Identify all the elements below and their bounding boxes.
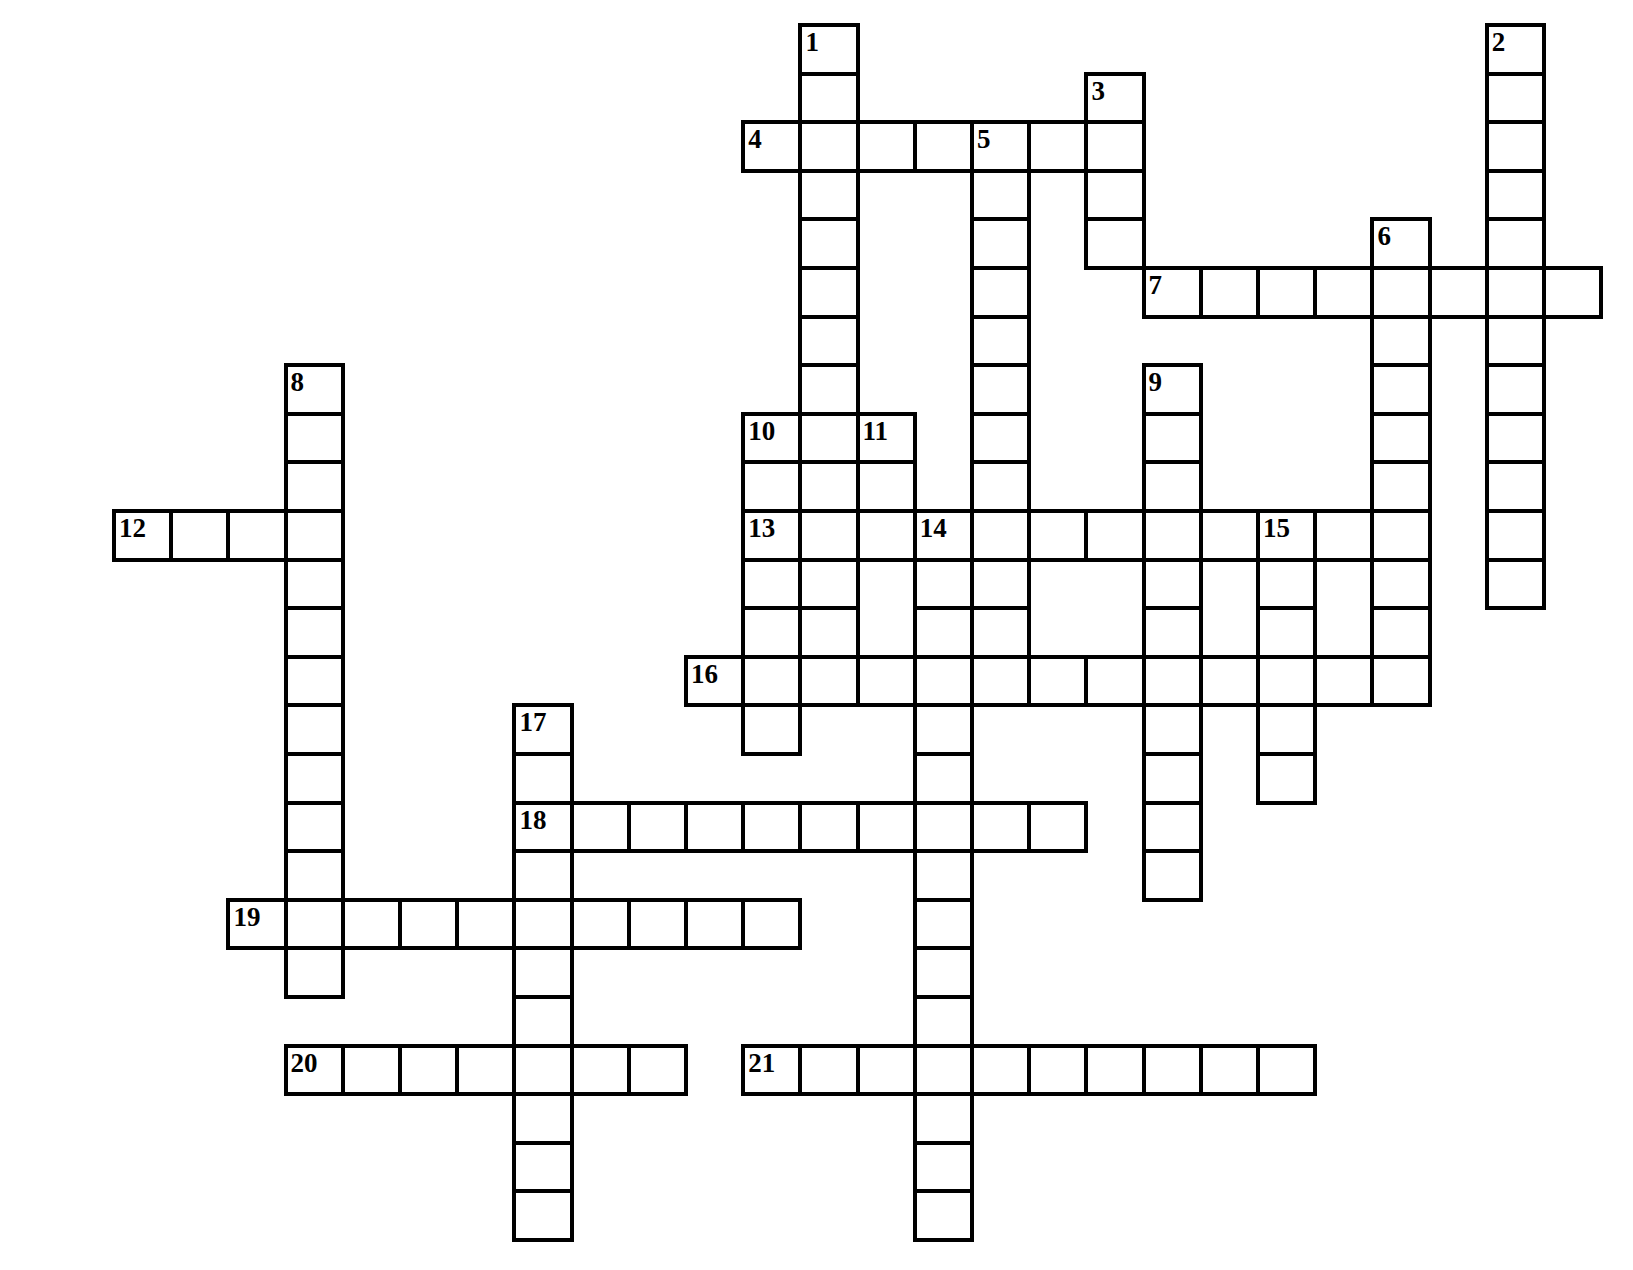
- clue-number-7: 7: [1146, 270, 1199, 299]
- cell-r11c12[interactable]: [798, 558, 859, 611]
- cell-r1c17[interactable]: 3: [1084, 72, 1145, 125]
- cell-r17c3[interactable]: [284, 849, 345, 902]
- cell-r9c12[interactable]: [798, 460, 859, 513]
- cell-r21c20[interactable]: [1256, 1044, 1317, 1097]
- clue-number-3: 3: [1088, 76, 1141, 105]
- cell-r13c17[interactable]: [1084, 655, 1145, 708]
- cell-r12c20[interactable]: [1256, 606, 1317, 659]
- cell-r21c6[interactable]: [455, 1044, 516, 1097]
- cell-r11c18[interactable]: [1142, 558, 1203, 611]
- cell-r5c12[interactable]: [798, 266, 859, 319]
- cell-r11c22[interactable]: [1370, 558, 1431, 611]
- cell-r16c15[interactable]: [970, 801, 1031, 854]
- cell-r7c24[interactable]: [1485, 363, 1546, 416]
- cell-r5c15[interactable]: [970, 266, 1031, 319]
- cell-r18c9[interactable]: [627, 898, 688, 951]
- cell-r10c14[interactable]: 14: [913, 509, 974, 562]
- cell-r23c7[interactable]: [512, 1141, 573, 1194]
- cell-r18c6[interactable]: [455, 898, 516, 951]
- cell-r19c14[interactable]: [913, 946, 974, 999]
- cell-r11c24[interactable]: [1485, 558, 1546, 611]
- cell-r9c3[interactable]: [284, 460, 345, 513]
- cell-r9c15[interactable]: [970, 460, 1031, 513]
- cell-r12c22[interactable]: [1370, 606, 1431, 659]
- cell-r8c22[interactable]: [1370, 412, 1431, 465]
- cell-r17c18[interactable]: [1142, 849, 1203, 902]
- cell-r11c3[interactable]: [284, 558, 345, 611]
- crossword-grid: 123456789101112131415161718192021: [0, 0, 1633, 1270]
- cell-r19c3[interactable]: [284, 946, 345, 999]
- clue-number-6: 6: [1374, 221, 1427, 250]
- cell-r18c5[interactable]: [398, 898, 459, 951]
- cell-r14c20[interactable]: [1256, 703, 1317, 756]
- clue-number-1: 1: [802, 27, 855, 56]
- cell-r13c22[interactable]: [1370, 655, 1431, 708]
- cell-r15c14[interactable]: [913, 752, 974, 805]
- clue-number-11: 11: [860, 416, 913, 445]
- cell-r7c12[interactable]: [798, 363, 859, 416]
- cell-r8c13[interactable]: 11: [856, 412, 917, 465]
- cell-r10c1[interactable]: [169, 509, 230, 562]
- cell-r10c3[interactable]: [284, 509, 345, 562]
- cell-r10c0[interactable]: 12: [112, 509, 173, 562]
- cell-r21c9[interactable]: [627, 1044, 688, 1097]
- cell-r13c13[interactable]: [856, 655, 917, 708]
- cell-r9c22[interactable]: [1370, 460, 1431, 513]
- cell-r21c13[interactable]: [856, 1044, 917, 1097]
- cell-r21c7[interactable]: [512, 1044, 573, 1097]
- cell-r10c24[interactable]: [1485, 509, 1546, 562]
- cell-r11c11[interactable]: [741, 558, 802, 611]
- cell-r7c15[interactable]: [970, 363, 1031, 416]
- cell-r0c12[interactable]: 1: [798, 23, 859, 76]
- cell-r9c18[interactable]: [1142, 460, 1203, 513]
- cell-r2c11[interactable]: 4: [741, 120, 802, 173]
- cell-r3c12[interactable]: [798, 169, 859, 222]
- cell-r20c14[interactable]: [913, 995, 974, 1048]
- cell-r9c24[interactable]: [1485, 460, 1546, 513]
- cell-r3c24[interactable]: [1485, 169, 1546, 222]
- clue-number-15: 15: [1260, 513, 1313, 542]
- cell-r2c24[interactable]: [1485, 120, 1546, 173]
- cell-r4c15[interactable]: [970, 217, 1031, 270]
- clue-number-2: 2: [1489, 27, 1542, 56]
- cell-r21c3[interactable]: 20: [284, 1044, 345, 1097]
- clue-number-12: 12: [116, 513, 169, 542]
- cell-r13c12[interactable]: [798, 655, 859, 708]
- cell-r5c18[interactable]: 7: [1142, 266, 1203, 319]
- cell-r5c25[interactable]: [1542, 266, 1603, 319]
- cell-r10c11[interactable]: 13: [741, 509, 802, 562]
- cell-r17c7[interactable]: [512, 849, 573, 902]
- clue-number-10: 10: [745, 416, 798, 445]
- cell-r16c12[interactable]: [798, 801, 859, 854]
- cell-r8c3[interactable]: [284, 412, 345, 465]
- cell-r2c16[interactable]: [1027, 120, 1088, 173]
- cell-r2c13[interactable]: [856, 120, 917, 173]
- cell-r5c20[interactable]: [1256, 266, 1317, 319]
- cell-r15c7[interactable]: [512, 752, 573, 805]
- cell-r18c2[interactable]: 19: [226, 898, 287, 951]
- cell-r3c15[interactable]: [970, 169, 1031, 222]
- cell-r12c15[interactable]: [970, 606, 1031, 659]
- cell-r21c4[interactable]: [341, 1044, 402, 1097]
- cell-r13c3[interactable]: [284, 655, 345, 708]
- cell-r13c16[interactable]: [1027, 655, 1088, 708]
- cell-r17c14[interactable]: [913, 849, 974, 902]
- cell-r16c9[interactable]: [627, 801, 688, 854]
- clue-number-21: 21: [745, 1048, 798, 1077]
- cell-r21c8[interactable]: [570, 1044, 631, 1097]
- cell-r21c17[interactable]: [1084, 1044, 1145, 1097]
- cell-r22c7[interactable]: [512, 1092, 573, 1145]
- clue-number-4: 4: [745, 124, 798, 153]
- cell-r14c7[interactable]: 17: [512, 703, 573, 756]
- clue-number-17: 17: [516, 707, 569, 736]
- cell-r10c21[interactable]: [1313, 509, 1374, 562]
- cell-r21c11[interactable]: 21: [741, 1044, 802, 1097]
- cell-r15c20[interactable]: [1256, 752, 1317, 805]
- cell-r22c14[interactable]: [913, 1092, 974, 1145]
- cell-r0c24[interactable]: 2: [1485, 23, 1546, 76]
- cell-r6c15[interactable]: [970, 315, 1031, 368]
- cell-r2c15[interactable]: 5: [970, 120, 1031, 173]
- cell-r9c13[interactable]: [856, 460, 917, 513]
- cell-r14c14[interactable]: [913, 703, 974, 756]
- cell-r10c20[interactable]: 15: [1256, 509, 1317, 562]
- cell-r13c10[interactable]: 16: [684, 655, 745, 708]
- cell-r10c17[interactable]: [1084, 509, 1145, 562]
- cell-r18c11[interactable]: [741, 898, 802, 951]
- cell-r4c22[interactable]: 6: [1370, 217, 1431, 270]
- cell-r6c24[interactable]: [1485, 315, 1546, 368]
- cell-r10c18[interactable]: [1142, 509, 1203, 562]
- cell-r13c20[interactable]: [1256, 655, 1317, 708]
- cell-r18c14[interactable]: [913, 898, 974, 951]
- clue-number-18: 18: [516, 805, 569, 834]
- cell-r2c12[interactable]: [798, 120, 859, 173]
- cell-r11c20[interactable]: [1256, 558, 1317, 611]
- cell-r14c3[interactable]: [284, 703, 345, 756]
- cell-r5c23[interactable]: [1428, 266, 1489, 319]
- cell-r11c15[interactable]: [970, 558, 1031, 611]
- cell-r12c18[interactable]: [1142, 606, 1203, 659]
- cell-r21c18[interactable]: [1142, 1044, 1203, 1097]
- cell-r13c21[interactable]: [1313, 655, 1374, 708]
- cell-r18c4[interactable]: [341, 898, 402, 951]
- cell-r7c18[interactable]: 9: [1142, 363, 1203, 416]
- cell-r23c14[interactable]: [913, 1141, 974, 1194]
- cell-r10c15[interactable]: [970, 509, 1031, 562]
- clue-number-5: 5: [974, 124, 1027, 153]
- cell-r15c18[interactable]: [1142, 752, 1203, 805]
- cell-r13c15[interactable]: [970, 655, 1031, 708]
- clue-number-19: 19: [230, 902, 283, 931]
- cell-r18c7[interactable]: [512, 898, 573, 951]
- cell-r5c24[interactable]: [1485, 266, 1546, 319]
- cell-r16c18[interactable]: [1142, 801, 1203, 854]
- cell-r21c12[interactable]: [798, 1044, 859, 1097]
- cell-r5c22[interactable]: [1370, 266, 1431, 319]
- cell-r10c22[interactable]: [1370, 509, 1431, 562]
- cell-r7c3[interactable]: 8: [284, 363, 345, 416]
- cell-r5c21[interactable]: [1313, 266, 1374, 319]
- clue-number-14: 14: [917, 513, 970, 542]
- cell-r16c11[interactable]: [741, 801, 802, 854]
- cell-r8c18[interactable]: [1142, 412, 1203, 465]
- cell-r21c16[interactable]: [1027, 1044, 1088, 1097]
- clue-number-9: 9: [1146, 367, 1199, 396]
- cell-r8c12[interactable]: [798, 412, 859, 465]
- cell-r6c12[interactable]: [798, 315, 859, 368]
- cell-r24c7[interactable]: [512, 1189, 573, 1242]
- clue-number-8: 8: [288, 367, 341, 396]
- cell-r3c17[interactable]: [1084, 169, 1145, 222]
- cell-r7c22[interactable]: [1370, 363, 1431, 416]
- cell-r14c11[interactable]: [741, 703, 802, 756]
- cell-r21c15[interactable]: [970, 1044, 1031, 1097]
- clue-number-13: 13: [745, 513, 798, 542]
- cell-r4c24[interactable]: [1485, 217, 1546, 270]
- cell-r14c18[interactable]: [1142, 703, 1203, 756]
- cell-r8c11[interactable]: 10: [741, 412, 802, 465]
- clue-number-20: 20: [288, 1048, 341, 1077]
- cell-r12c12[interactable]: [798, 606, 859, 659]
- cell-r21c19[interactable]: [1199, 1044, 1260, 1097]
- cell-r15c3[interactable]: [284, 752, 345, 805]
- cell-r12c14[interactable]: [913, 606, 974, 659]
- cell-r4c17[interactable]: [1084, 217, 1145, 270]
- cell-r9c11[interactable]: [741, 460, 802, 513]
- cell-r10c2[interactable]: [226, 509, 287, 562]
- cell-r13c18[interactable]: [1142, 655, 1203, 708]
- clue-number-16: 16: [688, 659, 741, 688]
- cell-r2c14[interactable]: [913, 120, 974, 173]
- cell-r16c8[interactable]: [570, 801, 631, 854]
- cell-r12c11[interactable]: [741, 606, 802, 659]
- cell-r21c5[interactable]: [398, 1044, 459, 1097]
- cell-r1c24[interactable]: [1485, 72, 1546, 125]
- cell-r10c19[interactable]: [1199, 509, 1260, 562]
- cell-r16c10[interactable]: [684, 801, 745, 854]
- cell-r13c11[interactable]: [741, 655, 802, 708]
- cell-r16c14[interactable]: [913, 801, 974, 854]
- cell-r8c24[interactable]: [1485, 412, 1546, 465]
- cell-r6c22[interactable]: [1370, 315, 1431, 368]
- cell-r18c3[interactable]: [284, 898, 345, 951]
- cell-r16c7[interactable]: 18: [512, 801, 573, 854]
- cell-r20c7[interactable]: [512, 995, 573, 1048]
- cell-r1c12[interactable]: [798, 72, 859, 125]
- cell-r10c13[interactable]: [856, 509, 917, 562]
- cell-r16c16[interactable]: [1027, 801, 1088, 854]
- cell-r24c14[interactable]: [913, 1189, 974, 1242]
- cell-r10c16[interactable]: [1027, 509, 1088, 562]
- cell-r18c10[interactable]: [684, 898, 745, 951]
- cell-r16c3[interactable]: [284, 801, 345, 854]
- cell-r13c14[interactable]: [913, 655, 974, 708]
- cell-r4c12[interactable]: [798, 217, 859, 270]
- cell-r19c7[interactable]: [512, 946, 573, 999]
- cell-r12c3[interactable]: [284, 606, 345, 659]
- cell-r16c13[interactable]: [856, 801, 917, 854]
- cell-r21c14[interactable]: [913, 1044, 974, 1097]
- cell-r18c8[interactable]: [570, 898, 631, 951]
- cell-r10c12[interactable]: [798, 509, 859, 562]
- cell-r2c17[interactable]: [1084, 120, 1145, 173]
- cell-r11c14[interactable]: [913, 558, 974, 611]
- cell-r5c19[interactable]: [1199, 266, 1260, 319]
- cell-r8c15[interactable]: [970, 412, 1031, 465]
- cell-r13c19[interactable]: [1199, 655, 1260, 708]
